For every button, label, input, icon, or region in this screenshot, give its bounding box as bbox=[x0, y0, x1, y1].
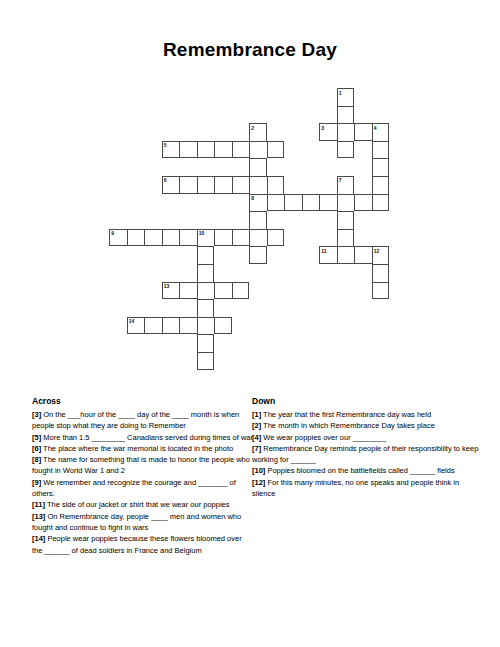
cell-r14c5[interactable] bbox=[197, 334, 215, 352]
clue-number: [10] bbox=[252, 466, 265, 475]
clue-4: [4] We wear poppies over our ________ bbox=[252, 432, 481, 443]
cell-r2c8[interactable]: 2 bbox=[249, 123, 267, 141]
cell-r5c7[interactable] bbox=[232, 176, 250, 194]
cell-r8c3[interactable] bbox=[162, 229, 180, 247]
cell-r8c7[interactable] bbox=[232, 229, 250, 247]
cell-number: 5 bbox=[164, 142, 167, 148]
cell-number: 14 bbox=[129, 318, 135, 324]
cell-r5c8[interactable] bbox=[249, 176, 267, 194]
clue-14: [14] People wear poppies because these f… bbox=[32, 533, 254, 556]
cell-number: 12 bbox=[374, 248, 380, 254]
cell-number: 7 bbox=[339, 177, 342, 183]
cell-r6c14[interactable] bbox=[354, 194, 372, 212]
cell-r13c2[interactable] bbox=[144, 317, 162, 335]
cell-r13c4[interactable] bbox=[179, 317, 197, 335]
cell-r7c13[interactable] bbox=[337, 211, 355, 229]
puzzle-title: Remembrance Day bbox=[0, 39, 500, 61]
cell-r6c11[interactable] bbox=[302, 194, 320, 212]
clue-number: [12] bbox=[252, 478, 265, 487]
cell-r8c4[interactable] bbox=[179, 229, 197, 247]
cell-r0c13[interactable]: 1 bbox=[337, 88, 355, 106]
cell-r12c5[interactable] bbox=[197, 299, 215, 317]
cell-r8c13[interactable] bbox=[337, 229, 355, 247]
clue-8: [8] The name for something that is made … bbox=[32, 454, 254, 477]
cell-r3c5[interactable] bbox=[197, 141, 215, 159]
across-header: Across bbox=[32, 396, 254, 406]
cell-r11c15[interactable] bbox=[372, 282, 390, 300]
cell-r5c13[interactable]: 7 bbox=[337, 176, 355, 194]
clue-number: [13] bbox=[32, 512, 45, 521]
cell-r13c3[interactable] bbox=[162, 317, 180, 335]
cell-r9c13[interactable] bbox=[337, 246, 355, 264]
cell-r11c7[interactable] bbox=[232, 282, 250, 300]
cell-r2c12[interactable]: 3 bbox=[319, 123, 337, 141]
cell-r11c6[interactable] bbox=[214, 282, 232, 300]
clue-number: [3] bbox=[32, 410, 41, 419]
clue-6: [6] The place where the war memorial is … bbox=[32, 443, 254, 454]
cell-number: 10 bbox=[199, 230, 205, 236]
clue-7: [7] Remembrance Day reminds people of th… bbox=[252, 443, 481, 466]
cell-r5c5[interactable] bbox=[197, 176, 215, 194]
cell-r5c3[interactable]: 6 bbox=[162, 176, 180, 194]
cell-r9c14[interactable] bbox=[354, 246, 372, 264]
cell-r7c8[interactable] bbox=[249, 211, 267, 229]
clue-number: [2] bbox=[252, 421, 261, 430]
cell-r4c8[interactable] bbox=[249, 158, 267, 176]
cell-r3c9[interactable] bbox=[267, 141, 285, 159]
cell-number: 6 bbox=[164, 177, 167, 183]
cell-r2c15[interactable]: 4 bbox=[372, 123, 390, 141]
cell-r3c8[interactable] bbox=[249, 141, 267, 159]
cell-number: 11 bbox=[321, 248, 326, 254]
down-clues-section: Down [1] The year that the first Remembr… bbox=[252, 396, 481, 499]
cell-r9c15[interactable]: 12 bbox=[372, 246, 390, 264]
cell-r9c5[interactable] bbox=[197, 246, 215, 264]
cell-r8c0[interactable]: 9 bbox=[109, 229, 127, 247]
clue-2: [2] The month in which Remembrance Day t… bbox=[252, 420, 481, 431]
across-clues-list: [3] On the ___hour of the ____ day of th… bbox=[32, 409, 254, 556]
clue-number: [1] bbox=[252, 410, 261, 419]
cell-r2c13[interactable] bbox=[337, 123, 355, 141]
clue-1: [1] The year that the first Remembrance … bbox=[252, 409, 481, 420]
cell-r11c3[interactable]: 13 bbox=[162, 282, 180, 300]
cell-r1c13[interactable] bbox=[337, 106, 355, 124]
clue-5: [5] More than 1.5 ________ Canadians ser… bbox=[32, 432, 254, 443]
cell-r9c8[interactable] bbox=[249, 246, 267, 264]
cell-r4c15[interactable] bbox=[372, 158, 390, 176]
cell-r3c15[interactable] bbox=[372, 141, 390, 159]
down-header: Down bbox=[252, 396, 481, 406]
cell-r5c15[interactable] bbox=[372, 176, 390, 194]
clue-10: [10] Poppies bloomed on the battlefields… bbox=[252, 465, 481, 476]
cell-number: 13 bbox=[164, 283, 170, 289]
clue-number: [4] bbox=[252, 433, 261, 442]
cell-number: 4 bbox=[374, 125, 377, 131]
cell-number: 3 bbox=[321, 125, 324, 131]
cell-r10c5[interactable] bbox=[197, 264, 215, 282]
cell-number: 1 bbox=[339, 90, 342, 96]
across-clues-section: Across [3] On the ___hour of the ____ da… bbox=[32, 396, 254, 556]
cell-r6c12[interactable] bbox=[319, 194, 337, 212]
cell-r13c1[interactable]: 14 bbox=[127, 317, 145, 335]
clue-number: [11] bbox=[32, 500, 45, 509]
cell-r6c15[interactable] bbox=[372, 194, 390, 212]
cell-number: 9 bbox=[111, 230, 114, 236]
cell-r8c6[interactable] bbox=[214, 229, 232, 247]
clue-number: [7] bbox=[252, 444, 261, 453]
clue-13: [13] On Remembrance day, people ____ men… bbox=[32, 511, 254, 534]
cell-r10c15[interactable] bbox=[372, 264, 390, 282]
crossword-grid: 1234567891011121314 bbox=[109, 88, 389, 370]
page: { "game": "crossword", "title": "Remembr… bbox=[0, 0, 500, 647]
cell-r5c9[interactable] bbox=[267, 176, 285, 194]
cell-r6c10[interactable] bbox=[284, 194, 302, 212]
cell-r6c13[interactable] bbox=[337, 194, 355, 212]
cell-r15c5[interactable] bbox=[197, 352, 215, 370]
cell-number: 8 bbox=[251, 195, 254, 201]
clue-9: [9] We remember and recognize the courag… bbox=[32, 477, 254, 500]
clue-number: [8] bbox=[32, 455, 41, 464]
clue-number: [9] bbox=[32, 478, 41, 487]
cell-r5c4[interactable] bbox=[179, 176, 197, 194]
cell-r8c5[interactable]: 10 bbox=[197, 229, 215, 247]
cell-r3c7[interactable] bbox=[232, 141, 250, 159]
cell-r3c4[interactable] bbox=[179, 141, 197, 159]
cell-r8c9[interactable] bbox=[267, 229, 285, 247]
cell-r11c5[interactable] bbox=[197, 282, 215, 300]
cell-r8c2[interactable] bbox=[144, 229, 162, 247]
down-clues-list: [1] The year that the first Remembrance … bbox=[252, 409, 481, 499]
cell-r3c3[interactable]: 5 bbox=[162, 141, 180, 159]
cell-r9c12[interactable]: 11 bbox=[319, 246, 337, 264]
cell-r6c8[interactable]: 8 bbox=[249, 194, 267, 212]
cell-r11c4[interactable] bbox=[179, 282, 197, 300]
clue-number: [6] bbox=[32, 444, 41, 453]
clue-number: [14] bbox=[32, 534, 45, 543]
cell-r2c14[interactable] bbox=[354, 123, 372, 141]
cell-number: 2 bbox=[251, 125, 254, 131]
cell-r5c6[interactable] bbox=[214, 176, 232, 194]
clue-12: [12] For this many minutes, no one speak… bbox=[252, 477, 481, 500]
cell-r8c1[interactable] bbox=[127, 229, 145, 247]
cell-r3c13[interactable] bbox=[337, 141, 355, 159]
cell-r13c6[interactable] bbox=[214, 317, 232, 335]
clue-number: [5] bbox=[32, 433, 41, 442]
cell-r8c8[interactable] bbox=[249, 229, 267, 247]
clue-3: [3] On the ___hour of the ____ day of th… bbox=[32, 409, 254, 432]
clue-11: [11] The side of our jacket or shirt tha… bbox=[32, 499, 254, 510]
cell-r6c9[interactable] bbox=[267, 194, 285, 212]
cell-r3c6[interactable] bbox=[214, 141, 232, 159]
cell-r13c5[interactable] bbox=[197, 317, 215, 335]
